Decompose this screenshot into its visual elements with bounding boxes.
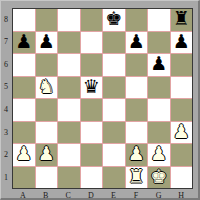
square-b5[interactable]: ♞	[36, 77, 58, 99]
piece-black-queen-d5[interactable]: ♛	[83, 77, 100, 96]
square-e8[interactable]: ♚	[103, 9, 125, 31]
square-h8[interactable]: ♜	[171, 9, 193, 31]
file-label-d: D	[80, 190, 102, 200]
square-a7[interactable]: ♟	[13, 32, 35, 54]
square-e7[interactable]	[103, 32, 125, 54]
square-d3[interactable]	[81, 122, 103, 144]
square-a1[interactable]	[13, 167, 35, 189]
file-label-g: G	[148, 190, 170, 200]
square-f1[interactable]: ♜	[126, 167, 148, 189]
square-a8[interactable]	[13, 9, 35, 31]
square-e1[interactable]	[103, 167, 125, 189]
rank-labels: 87654321	[1, 8, 12, 189]
square-f2[interactable]: ♟	[126, 144, 148, 166]
square-f8[interactable]	[126, 9, 148, 31]
square-d8[interactable]	[81, 9, 103, 31]
file-label-b: B	[35, 190, 57, 200]
piece-white-rook-f1[interactable]: ♜	[128, 167, 145, 186]
square-c7[interactable]	[58, 32, 80, 54]
square-g7[interactable]	[148, 32, 170, 54]
square-h6[interactable]	[171, 54, 193, 76]
piece-white-pawn-f2[interactable]: ♟	[128, 144, 145, 163]
square-b2[interactable]: ♟	[36, 144, 58, 166]
piece-black-pawn-b7[interactable]: ♟	[38, 32, 55, 51]
square-a6[interactable]	[13, 54, 35, 76]
piece-black-pawn-a7[interactable]: ♟	[15, 32, 32, 51]
piece-black-rook-h8[interactable]: ♜	[173, 9, 190, 28]
piece-black-pawn-f7[interactable]: ♟	[128, 32, 145, 51]
rank-label-5: 5	[1, 76, 11, 98]
rank-label-3: 3	[1, 121, 11, 143]
piece-white-pawn-a2[interactable]: ♟	[15, 144, 32, 163]
square-g5[interactable]	[148, 77, 170, 99]
square-f3[interactable]	[126, 122, 148, 144]
square-f6[interactable]	[126, 54, 148, 76]
rank-label-2: 2	[1, 144, 11, 166]
chess-board: ♚♜♟♟♟♟♟♞♛♟♟♟♟♟♜♚	[12, 8, 193, 189]
square-c3[interactable]	[58, 122, 80, 144]
square-g2[interactable]: ♟	[148, 144, 170, 166]
piece-white-pawn-b2[interactable]: ♟	[38, 144, 55, 163]
square-g4[interactable]	[148, 99, 170, 121]
square-b6[interactable]	[36, 54, 58, 76]
rank-label-6: 6	[1, 53, 11, 75]
square-f7[interactable]: ♟	[126, 32, 148, 54]
square-e4[interactable]	[103, 99, 125, 121]
piece-white-pawn-h3[interactable]: ♟	[173, 122, 190, 141]
square-d2[interactable]	[81, 144, 103, 166]
square-g3[interactable]	[148, 122, 170, 144]
square-b7[interactable]: ♟	[36, 32, 58, 54]
square-c2[interactable]	[58, 144, 80, 166]
piece-white-knight-b5[interactable]: ♞	[38, 77, 55, 96]
rank-label-4: 4	[1, 98, 11, 120]
square-h2[interactable]	[171, 144, 193, 166]
square-h1[interactable]	[171, 167, 193, 189]
square-b1[interactable]	[36, 167, 58, 189]
square-f5[interactable]	[126, 77, 148, 99]
square-e2[interactable]	[103, 144, 125, 166]
square-a4[interactable]	[13, 99, 35, 121]
square-d1[interactable]	[81, 167, 103, 189]
rank-label-1: 1	[1, 166, 11, 188]
square-c1[interactable]	[58, 167, 80, 189]
piece-white-pawn-g2[interactable]: ♟	[150, 144, 167, 163]
chess-app-window: 87654321 ♚♜♟♟♟♟♟♞♛♟♟♟♟♟♜♚ ABCDEFGH	[0, 0, 200, 200]
piece-black-king-e8[interactable]: ♚	[105, 9, 122, 28]
square-b4[interactable]	[36, 99, 58, 121]
square-f4[interactable]	[126, 99, 148, 121]
rank-label-7: 7	[1, 31, 11, 53]
square-h4[interactable]	[171, 99, 193, 121]
square-g6[interactable]: ♟	[148, 54, 170, 76]
square-e6[interactable]	[103, 54, 125, 76]
square-a5[interactable]	[13, 77, 35, 99]
piece-black-pawn-h7[interactable]: ♟	[173, 32, 190, 51]
square-c8[interactable]	[58, 9, 80, 31]
square-a3[interactable]	[13, 122, 35, 144]
square-h7[interactable]: ♟	[171, 32, 193, 54]
piece-black-pawn-g6[interactable]: ♟	[150, 54, 167, 73]
rank-label-8: 8	[1, 8, 11, 30]
file-label-a: A	[12, 190, 34, 200]
square-c4[interactable]	[58, 99, 80, 121]
square-h5[interactable]	[171, 77, 193, 99]
square-e3[interactable]	[103, 122, 125, 144]
square-d5[interactable]: ♛	[81, 77, 103, 99]
square-d6[interactable]	[81, 54, 103, 76]
square-c6[interactable]	[58, 54, 80, 76]
file-label-e: E	[102, 190, 124, 200]
square-b3[interactable]	[36, 122, 58, 144]
file-label-c: C	[57, 190, 79, 200]
file-labels: ABCDEFGH	[12, 190, 193, 200]
square-e5[interactable]	[103, 77, 125, 99]
square-g8[interactable]	[148, 9, 170, 31]
square-d4[interactable]	[81, 99, 103, 121]
square-g1[interactable]: ♚	[148, 167, 170, 189]
square-c5[interactable]	[58, 77, 80, 99]
square-d7[interactable]	[81, 32, 103, 54]
file-label-f: F	[125, 190, 147, 200]
square-b8[interactable]	[36, 9, 58, 31]
square-h3[interactable]: ♟	[171, 122, 193, 144]
file-label-h: H	[170, 190, 192, 200]
piece-white-king-g1[interactable]: ♚	[150, 167, 167, 186]
square-a2[interactable]: ♟	[13, 144, 35, 166]
